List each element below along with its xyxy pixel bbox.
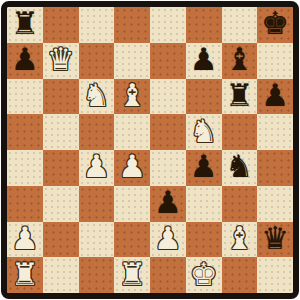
- square-h1[interactable]: [257, 257, 293, 293]
- square-a3[interactable]: [7, 186, 43, 222]
- white-bishop-icon[interactable]: ♝: [118, 80, 146, 111]
- square-d5[interactable]: [114, 114, 150, 150]
- square-e8[interactable]: [150, 7, 186, 43]
- square-g6[interactable]: ♜: [222, 79, 258, 115]
- square-h8[interactable]: ♚: [257, 7, 293, 43]
- square-d6[interactable]: ♝: [114, 79, 150, 115]
- white-pawn-icon[interactable]: ♟: [11, 223, 39, 254]
- square-h2[interactable]: ♛: [257, 222, 293, 258]
- black-pawn-icon[interactable]: ♟: [11, 44, 39, 75]
- black-king-icon[interactable]: ♚: [261, 8, 289, 39]
- square-d7[interactable]: [114, 43, 150, 79]
- square-b5[interactable]: [43, 114, 79, 150]
- square-f2[interactable]: [186, 222, 222, 258]
- square-a5[interactable]: [7, 114, 43, 150]
- square-b8[interactable]: [43, 7, 79, 43]
- white-rook-icon[interactable]: ♜: [118, 259, 146, 290]
- square-f6[interactable]: [186, 79, 222, 115]
- white-knight-icon[interactable]: ♞: [190, 116, 218, 147]
- white-king-icon[interactable]: ♚: [190, 259, 218, 290]
- square-b2[interactable]: [43, 222, 79, 258]
- square-f3[interactable]: [186, 186, 222, 222]
- square-d4[interactable]: ♟: [114, 150, 150, 186]
- square-a2[interactable]: ♟: [7, 222, 43, 258]
- black-pawn-icon[interactable]: ♟: [190, 44, 218, 75]
- square-d2[interactable]: [114, 222, 150, 258]
- square-e3[interactable]: ♟: [150, 186, 186, 222]
- square-d8[interactable]: [114, 7, 150, 43]
- square-g2[interactable]: ♝: [222, 222, 258, 258]
- square-e5[interactable]: [150, 114, 186, 150]
- square-c3[interactable]: [79, 186, 115, 222]
- square-h3[interactable]: [257, 186, 293, 222]
- square-g3[interactable]: [222, 186, 258, 222]
- black-queen-icon[interactable]: ♛: [261, 223, 289, 254]
- square-f4[interactable]: ♟: [186, 150, 222, 186]
- square-h4[interactable]: [257, 150, 293, 186]
- square-h6[interactable]: ♟: [257, 79, 293, 115]
- white-pawn-icon[interactable]: ♟: [154, 223, 182, 254]
- white-pawn-icon[interactable]: ♟: [118, 151, 146, 182]
- square-a4[interactable]: [7, 150, 43, 186]
- square-d3[interactable]: [114, 186, 150, 222]
- black-pawn-icon[interactable]: ♟: [154, 187, 182, 218]
- square-g4[interactable]: ♞: [222, 150, 258, 186]
- black-bishop-icon[interactable]: ♝: [225, 44, 253, 75]
- black-pawn-icon[interactable]: ♟: [261, 80, 289, 111]
- square-g8[interactable]: [222, 7, 258, 43]
- square-b3[interactable]: [43, 186, 79, 222]
- square-h7[interactable]: [257, 43, 293, 79]
- white-rook-icon[interactable]: ♜: [11, 259, 39, 290]
- white-bishop-icon[interactable]: ♝: [225, 223, 253, 254]
- square-a7[interactable]: ♟: [7, 43, 43, 79]
- square-b4[interactable]: [43, 150, 79, 186]
- black-knight-icon[interactable]: ♞: [225, 151, 253, 182]
- square-a1[interactable]: ♜: [7, 257, 43, 293]
- square-c4[interactable]: ♟: [79, 150, 115, 186]
- square-f8[interactable]: [186, 7, 222, 43]
- square-d1[interactable]: ♜: [114, 257, 150, 293]
- square-g1[interactable]: [222, 257, 258, 293]
- white-queen-icon[interactable]: ♛: [47, 44, 75, 75]
- square-a6[interactable]: [7, 79, 43, 115]
- square-c2[interactable]: [79, 222, 115, 258]
- square-g7[interactable]: ♝: [222, 43, 258, 79]
- square-f1[interactable]: ♚: [186, 257, 222, 293]
- square-b7[interactable]: ♛: [43, 43, 79, 79]
- square-c1[interactable]: [79, 257, 115, 293]
- square-b6[interactable]: [43, 79, 79, 115]
- square-f7[interactable]: ♟: [186, 43, 222, 79]
- square-e7[interactable]: [150, 43, 186, 79]
- chessboard: ♜♚♟♛♟♝♞♝♜♟♞♟♟♟♞♟♟♟♝♛♜♜♚: [1, 1, 299, 299]
- square-a8[interactable]: ♜: [7, 7, 43, 43]
- black-rook-icon[interactable]: ♜: [11, 8, 39, 39]
- square-c6[interactable]: ♞: [79, 79, 115, 115]
- square-c8[interactable]: [79, 7, 115, 43]
- square-c5[interactable]: [79, 114, 115, 150]
- white-knight-icon[interactable]: ♞: [82, 80, 110, 111]
- square-c7[interactable]: [79, 43, 115, 79]
- square-e6[interactable]: [150, 79, 186, 115]
- white-pawn-icon[interactable]: ♟: [82, 151, 110, 182]
- square-b1[interactable]: [43, 257, 79, 293]
- square-f5[interactable]: ♞: [186, 114, 222, 150]
- black-rook-icon[interactable]: ♜: [225, 80, 253, 111]
- square-e2[interactable]: ♟: [150, 222, 186, 258]
- square-e1[interactable]: [150, 257, 186, 293]
- square-e4[interactable]: [150, 150, 186, 186]
- black-pawn-icon[interactable]: ♟: [190, 151, 218, 182]
- square-h5[interactable]: [257, 114, 293, 150]
- square-g5[interactable]: [222, 114, 258, 150]
